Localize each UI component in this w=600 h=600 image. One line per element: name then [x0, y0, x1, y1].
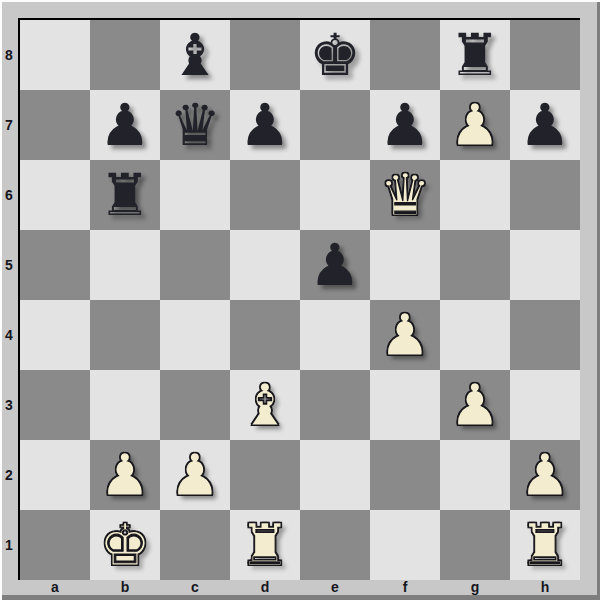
file-label-b: b [90, 580, 160, 596]
square-f6[interactable]: ♛ [370, 160, 440, 230]
rank-label-1: 1 [0, 510, 18, 580]
piece-black-rook[interactable]: ♜ [99, 160, 151, 230]
square-h1[interactable]: ♜ [510, 510, 580, 580]
square-e4[interactable] [300, 300, 370, 370]
square-f5[interactable] [370, 230, 440, 300]
piece-black-pawn[interactable]: ♟ [309, 230, 361, 300]
square-a2[interactable] [20, 440, 90, 510]
square-a8[interactable] [20, 20, 90, 90]
square-h3[interactable] [510, 370, 580, 440]
square-e1[interactable] [300, 510, 370, 580]
square-c2[interactable]: ♟ [160, 440, 230, 510]
square-e8[interactable]: ♚ [300, 20, 370, 90]
square-d2[interactable] [230, 440, 300, 510]
piece-black-pawn[interactable]: ♟ [519, 90, 571, 160]
square-d5[interactable] [230, 230, 300, 300]
square-e2[interactable] [300, 440, 370, 510]
piece-black-king[interactable]: ♚ [309, 20, 361, 90]
square-e3[interactable] [300, 370, 370, 440]
square-c8[interactable]: ♝ [160, 20, 230, 90]
square-b5[interactable] [90, 230, 160, 300]
rank-label-2: 2 [0, 440, 18, 510]
square-h2[interactable]: ♟ [510, 440, 580, 510]
square-b8[interactable] [90, 20, 160, 90]
file-label-c: c [160, 580, 230, 596]
square-f3[interactable] [370, 370, 440, 440]
square-d4[interactable] [230, 300, 300, 370]
rank-label-4: 4 [0, 300, 18, 370]
square-g4[interactable] [440, 300, 510, 370]
square-f4[interactable]: ♟ [370, 300, 440, 370]
square-g8[interactable]: ♜ [440, 20, 510, 90]
rank-label-5: 5 [0, 230, 18, 300]
piece-black-queen[interactable]: ♛ [169, 90, 221, 160]
square-g5[interactable] [440, 230, 510, 300]
square-d6[interactable] [230, 160, 300, 230]
file-label-e: e [300, 580, 370, 596]
square-c7[interactable]: ♛ [160, 90, 230, 160]
piece-white-king[interactable]: ♚ [99, 510, 151, 580]
square-h8[interactable] [510, 20, 580, 90]
rank-label-3: 3 [0, 370, 18, 440]
square-c5[interactable] [160, 230, 230, 300]
square-c1[interactable] [160, 510, 230, 580]
piece-black-bishop[interactable]: ♝ [169, 20, 221, 90]
square-a4[interactable] [20, 300, 90, 370]
square-h7[interactable]: ♟ [510, 90, 580, 160]
piece-white-rook[interactable]: ♜ [519, 510, 571, 580]
piece-black-pawn[interactable]: ♟ [99, 90, 151, 160]
square-f2[interactable] [370, 440, 440, 510]
file-label-g: g [440, 580, 510, 596]
piece-white-pawn[interactable]: ♟ [449, 90, 501, 160]
file-label-f: f [370, 580, 440, 596]
piece-white-queen[interactable]: ♛ [379, 160, 431, 230]
square-g1[interactable] [440, 510, 510, 580]
piece-black-pawn[interactable]: ♟ [239, 90, 291, 160]
square-f8[interactable] [370, 20, 440, 90]
square-b2[interactable]: ♟ [90, 440, 160, 510]
piece-white-rook[interactable]: ♜ [239, 510, 291, 580]
square-d3[interactable]: ♝ [230, 370, 300, 440]
square-f7[interactable]: ♟ [370, 90, 440, 160]
square-b7[interactable]: ♟ [90, 90, 160, 160]
square-b4[interactable] [90, 300, 160, 370]
square-e5[interactable]: ♟ [300, 230, 370, 300]
square-d7[interactable]: ♟ [230, 90, 300, 160]
piece-white-pawn[interactable]: ♟ [519, 440, 571, 510]
square-b3[interactable] [90, 370, 160, 440]
square-c6[interactable] [160, 160, 230, 230]
chess-diagram-panel: ♝♚♜♟♛♟♟♟♟♜♛♟♟♝♟♟♟♟♚♜♜ 87654321 abcdefgh [0, 0, 600, 600]
square-g3[interactable]: ♟ [440, 370, 510, 440]
square-b6[interactable]: ♜ [90, 160, 160, 230]
piece-white-bishop[interactable]: ♝ [239, 370, 291, 440]
square-a1[interactable] [20, 510, 90, 580]
square-c4[interactable] [160, 300, 230, 370]
square-b1[interactable]: ♚ [90, 510, 160, 580]
square-e6[interactable] [300, 160, 370, 230]
rank-label-8: 8 [0, 20, 18, 90]
square-f1[interactable] [370, 510, 440, 580]
file-label-a: a [20, 580, 90, 596]
square-g6[interactable] [440, 160, 510, 230]
square-h6[interactable] [510, 160, 580, 230]
chess-board: ♝♚♜♟♛♟♟♟♟♜♛♟♟♝♟♟♟♟♚♜♜ [20, 20, 580, 580]
square-g2[interactable] [440, 440, 510, 510]
square-a3[interactable] [20, 370, 90, 440]
piece-white-pawn[interactable]: ♟ [449, 370, 501, 440]
square-g7[interactable]: ♟ [440, 90, 510, 160]
square-a5[interactable] [20, 230, 90, 300]
piece-black-pawn[interactable]: ♟ [379, 90, 431, 160]
square-d8[interactable] [230, 20, 300, 90]
board-frame: ♝♚♜♟♛♟♟♟♟♜♛♟♟♝♟♟♟♟♚♜♜ [18, 18, 580, 580]
piece-white-pawn[interactable]: ♟ [169, 440, 221, 510]
file-label-h: h [510, 580, 580, 596]
rank-label-7: 7 [0, 90, 18, 160]
square-d1[interactable]: ♜ [230, 510, 300, 580]
square-c3[interactable] [160, 370, 230, 440]
piece-black-rook[interactable]: ♜ [449, 20, 501, 90]
piece-white-pawn[interactable]: ♟ [379, 300, 431, 370]
piece-white-pawn[interactable]: ♟ [99, 440, 151, 510]
square-a6[interactable] [20, 160, 90, 230]
square-e7[interactable] [300, 90, 370, 160]
square-h5[interactable] [510, 230, 580, 300]
square-h4[interactable] [510, 300, 580, 370]
file-label-d: d [230, 580, 300, 596]
rank-label-6: 6 [0, 160, 18, 230]
square-a7[interactable] [20, 90, 90, 160]
